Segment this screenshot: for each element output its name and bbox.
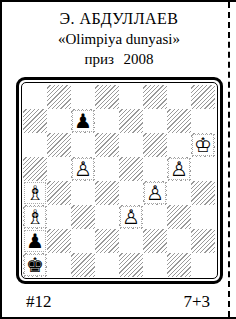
square-h4 (191, 181, 215, 205)
square-d4 (95, 181, 119, 205)
square-c7: ♟ (71, 109, 95, 133)
square-e1 (119, 253, 143, 277)
problem-card: Э. АБДУЛЛАЕВ «Olimpiya dunyasi» приз 200… (0, 0, 236, 319)
square-h7 (191, 109, 215, 133)
square-f6 (143, 133, 167, 157)
material-count: 7+3 (183, 292, 210, 312)
square-h3 (191, 205, 215, 229)
square-d6 (95, 133, 119, 157)
square-h8 (191, 85, 215, 109)
square-f7 (143, 109, 167, 133)
square-a7 (23, 109, 47, 133)
square-h2 (191, 229, 215, 253)
square-e6 (119, 133, 143, 157)
square-g5: ♙ (167, 157, 191, 181)
square-a5 (23, 157, 47, 181)
chess-board: ♟♔♙♙♗♙♗♙♟♚ (16, 77, 223, 284)
square-c5: ♙ (71, 157, 95, 181)
chess-board-frame: ♟♔♙♙♗♙♗♙♟♚ (21, 82, 218, 279)
square-b7 (47, 109, 71, 133)
square-b3 (47, 205, 71, 229)
square-c2 (71, 229, 95, 253)
square-a8 (23, 85, 47, 109)
square-f1 (143, 253, 167, 277)
square-f3 (143, 205, 167, 229)
piece-white-king: ♔ (191, 133, 215, 157)
square-d5 (95, 157, 119, 181)
square-g3 (167, 205, 191, 229)
square-e3: ♙ (119, 205, 143, 229)
problem-caption: #12 7+3 (2, 284, 236, 312)
square-b6 (47, 133, 71, 157)
stipulation: #12 (26, 292, 52, 312)
square-b8 (47, 85, 71, 109)
square-c4 (71, 181, 95, 205)
square-a6 (23, 133, 47, 157)
square-a2: ♟ (23, 229, 47, 253)
author-name: Э. АБДУЛЛАЕВ (2, 9, 236, 29)
piece-white-pawn: ♙ (167, 157, 191, 181)
square-h1 (191, 253, 215, 277)
square-a3: ♗ (23, 205, 47, 229)
dashed-cut-line (228, 2, 230, 317)
square-g1 (167, 253, 191, 277)
square-b2 (47, 229, 71, 253)
square-d7 (95, 109, 119, 133)
square-a4: ♗ (23, 181, 47, 205)
square-f2 (143, 229, 167, 253)
square-d8 (95, 85, 119, 109)
piece-white-bishop: ♗ (23, 205, 47, 229)
piece-black-king: ♚ (23, 253, 47, 277)
square-a1: ♚ (23, 253, 47, 277)
square-g4 (167, 181, 191, 205)
piece-white-bishop: ♗ (23, 181, 47, 205)
square-f5 (143, 157, 167, 181)
square-c1 (71, 253, 95, 277)
piece-black-pawn: ♟ (23, 229, 47, 253)
piece-white-pawn: ♙ (143, 181, 167, 205)
piece-black-pawn: ♟ (71, 109, 95, 133)
square-g2 (167, 229, 191, 253)
square-h5 (191, 157, 215, 181)
piece-white-pawn: ♙ (71, 157, 95, 181)
problem-header: Э. АБДУЛЛАЕВ «Olimpiya dunyasi» приз 200… (2, 2, 236, 69)
square-e5 (119, 157, 143, 181)
piece-white-pawn: ♙ (119, 205, 143, 229)
square-g6 (167, 133, 191, 157)
square-e8 (119, 85, 143, 109)
square-d1 (95, 253, 119, 277)
square-e7 (119, 109, 143, 133)
square-g8 (167, 85, 191, 109)
square-f4: ♙ (143, 181, 167, 205)
square-e4 (119, 181, 143, 205)
square-e2 (119, 229, 143, 253)
square-f8 (143, 85, 167, 109)
square-g7 (167, 109, 191, 133)
square-c8 (71, 85, 95, 109)
chess-board-grid: ♟♔♙♙♗♙♗♙♟♚ (23, 85, 215, 277)
tourney-name: «Olimpiya dunyasi» (2, 29, 236, 49)
square-d2 (95, 229, 119, 253)
square-d3 (95, 205, 119, 229)
square-h6: ♔ (191, 133, 215, 157)
square-b1 (47, 253, 71, 277)
square-b5 (47, 157, 71, 181)
square-c6 (71, 133, 95, 157)
square-c3 (71, 205, 95, 229)
award-year: приз 2008 (2, 49, 236, 69)
square-b4 (47, 181, 71, 205)
